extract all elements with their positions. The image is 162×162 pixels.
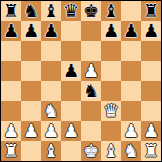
square-g5[interactable] [121,61,141,81]
square-a3[interactable] [1,101,21,121]
piece-white-pawn-c2[interactable]: ♟ [43,121,59,141]
square-g2[interactable]: ♟ [121,121,141,141]
square-d6[interactable] [61,41,81,61]
square-a7[interactable]: ♟ [1,21,21,41]
square-g7[interactable]: ♟ [121,21,141,41]
square-c1[interactable]: ♝ [41,141,61,161]
piece-white-pawn-b2[interactable]: ♟ [23,121,39,141]
square-b7[interactable]: ♟ [21,21,41,41]
square-c7[interactable]: ♟ [41,21,61,41]
piece-black-bishop-c8[interactable]: ♝ [43,1,59,21]
piece-black-pawn-b7[interactable]: ♟ [23,21,39,41]
piece-black-pawn-d5[interactable]: ♟ [63,61,79,81]
square-g1[interactable]: ♞ [121,141,141,161]
square-a1[interactable]: ♜ [1,141,21,161]
square-d8[interactable]: ♛ [61,1,81,21]
square-f5[interactable] [101,61,121,81]
square-d1[interactable] [61,141,81,161]
square-d2[interactable]: ♟ [61,121,81,141]
square-a4[interactable] [1,81,21,101]
piece-white-bishop-f1[interactable]: ♝ [103,141,119,161]
square-h3[interactable] [141,101,161,121]
piece-black-queen-d8[interactable]: ♛ [63,1,79,21]
piece-white-rook-h1[interactable]: ♜ [143,141,159,161]
square-h5[interactable] [141,61,161,81]
piece-black-rook-a8[interactable]: ♜ [3,1,19,21]
piece-black-bishop-f8[interactable]: ♝ [103,1,119,21]
square-f6[interactable] [101,41,121,61]
square-e8[interactable]: ♚ [81,1,101,21]
piece-black-rook-h8[interactable]: ♜ [143,1,159,21]
square-a8[interactable]: ♜ [1,1,21,21]
square-h2[interactable]: ♟ [141,121,161,141]
square-f2[interactable] [101,121,121,141]
piece-white-rook-a1[interactable]: ♜ [3,141,19,161]
square-b1[interactable] [21,141,41,161]
square-d3[interactable] [61,101,81,121]
square-g8[interactable] [121,1,141,21]
square-h7[interactable]: ♟ [141,21,161,41]
piece-white-bishop-c1[interactable]: ♝ [43,141,59,161]
piece-black-king-e8[interactable]: ♚ [83,1,99,21]
square-g6[interactable] [121,41,141,61]
square-c4[interactable] [41,81,61,101]
square-f7[interactable]: ♟ [101,21,121,41]
square-b4[interactable] [21,81,41,101]
square-e4[interactable]: ♞ [81,81,101,101]
piece-black-pawn-c7[interactable]: ♟ [43,21,59,41]
square-a6[interactable] [1,41,21,61]
square-d4[interactable] [61,81,81,101]
square-a5[interactable] [1,61,21,81]
square-b5[interactable] [21,61,41,81]
square-e6[interactable] [81,41,101,61]
piece-white-king-e1[interactable]: ♚ [83,141,99,161]
square-b8[interactable]: ♞ [21,1,41,21]
square-h4[interactable] [141,81,161,101]
piece-black-knight-e4[interactable]: ♞ [83,81,99,101]
chess-board: ♜♞♝♛♚♝♜♟♟♟♟♟♟♟♟♞♞♛♟♟♟♟♟♟♜♝♚♝♞♜ [0,0,162,162]
piece-black-pawn-f7[interactable]: ♟ [103,21,119,41]
square-b2[interactable]: ♟ [21,121,41,141]
square-f4[interactable] [101,81,121,101]
piece-white-knight-g1[interactable]: ♞ [123,141,139,161]
square-f8[interactable]: ♝ [101,1,121,21]
piece-black-pawn-h7[interactable]: ♟ [143,21,159,41]
square-e2[interactable] [81,121,101,141]
square-a2[interactable]: ♟ [1,121,21,141]
square-c8[interactable]: ♝ [41,1,61,21]
square-g4[interactable] [121,81,141,101]
square-b3[interactable] [21,101,41,121]
square-h8[interactable]: ♜ [141,1,161,21]
square-e1[interactable]: ♚ [81,141,101,161]
piece-black-knight-b8[interactable]: ♞ [23,1,39,21]
piece-white-queen-f3[interactable]: ♛ [103,101,119,121]
square-f1[interactable]: ♝ [101,141,121,161]
square-g3[interactable] [121,101,141,121]
square-e7[interactable] [81,21,101,41]
square-d5[interactable]: ♟ [61,61,81,81]
square-e5[interactable]: ♟ [81,61,101,81]
piece-black-pawn-a7[interactable]: ♟ [3,21,19,41]
piece-white-pawn-d2[interactable]: ♟ [63,121,79,141]
square-c3[interactable]: ♞ [41,101,61,121]
square-f3[interactable]: ♛ [101,101,121,121]
square-e3[interactable] [81,101,101,121]
piece-black-pawn-g7[interactable]: ♟ [123,21,139,41]
square-d7[interactable] [61,21,81,41]
piece-white-pawn-a2[interactable]: ♟ [3,121,19,141]
square-c2[interactable]: ♟ [41,121,61,141]
square-c6[interactable] [41,41,61,61]
square-c5[interactable] [41,61,61,81]
piece-white-pawn-h2[interactable]: ♟ [143,121,159,141]
square-h6[interactable] [141,41,161,61]
square-h1[interactable]: ♜ [141,141,161,161]
piece-white-pawn-e5[interactable]: ♟ [83,61,99,81]
piece-white-pawn-g2[interactable]: ♟ [123,121,139,141]
piece-white-knight-c3[interactable]: ♞ [43,101,59,121]
square-b6[interactable] [21,41,41,61]
